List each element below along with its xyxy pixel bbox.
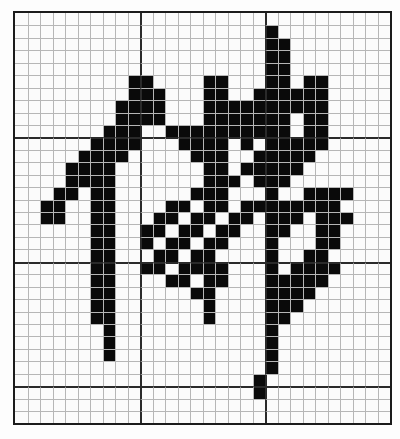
- cell-r3c11: [153, 50, 166, 62]
- cell-r30c24: [315, 386, 328, 398]
- cell-r3c18: [240, 50, 253, 62]
- cell-r1c17: [228, 25, 241, 37]
- cell-r24c1: [28, 312, 41, 324]
- cell-r12c28: [365, 162, 378, 174]
- cell-r27c5: [78, 349, 91, 361]
- cell-r26c22: [290, 336, 303, 348]
- cell-r14c22: [290, 187, 303, 199]
- cell-r17c28: [365, 224, 378, 236]
- cell-r30c8: [115, 386, 128, 398]
- cell-r27c22: [290, 349, 303, 361]
- cell-r20c16: [215, 262, 228, 274]
- cell-r31c19: [253, 399, 266, 411]
- cell-r28c10: [140, 361, 153, 373]
- cell-r16c10: [140, 212, 153, 224]
- cell-r3c26: [340, 50, 353, 62]
- cell-r18c26: [340, 237, 353, 249]
- cell-r12c2: [40, 162, 53, 174]
- cell-r11c12: [165, 150, 178, 162]
- cell-r9c21: [278, 125, 291, 137]
- cell-r18c9: [128, 237, 141, 249]
- cell-r18c20: [265, 237, 278, 249]
- cell-r19c18: [240, 249, 253, 261]
- cell-r8c4: [65, 113, 78, 125]
- cell-r12c14: [190, 162, 203, 174]
- cell-r3c27: [353, 50, 366, 62]
- cell-r28c8: [115, 361, 128, 373]
- cell-r18c13: [178, 237, 191, 249]
- cell-r12c10: [140, 162, 153, 174]
- cell-r32c14: [190, 411, 203, 423]
- cell-r22c12: [165, 287, 178, 299]
- cell-r16c0: [15, 212, 28, 224]
- cell-r30c19: [253, 386, 266, 398]
- cell-r15c12: [165, 200, 178, 212]
- cell-r31c6: [90, 399, 103, 411]
- cell-r28c7: [103, 361, 116, 373]
- cell-r6c14: [190, 88, 203, 100]
- cell-r7c26: [340, 100, 353, 112]
- cell-r4c9: [128, 63, 141, 75]
- cell-r17c21: [278, 224, 291, 236]
- cell-r20c12: [165, 262, 178, 274]
- cell-r3c15: [203, 50, 216, 62]
- cell-r7c2: [40, 100, 53, 112]
- cell-r17c26: [340, 224, 353, 236]
- cell-r1c14: [190, 25, 203, 37]
- cell-r27c25: [328, 349, 341, 361]
- cell-r4c5: [78, 63, 91, 75]
- cell-r19c15: [203, 249, 216, 261]
- cell-r29c9: [128, 374, 141, 386]
- cell-r12c26: [340, 162, 353, 174]
- cell-r4c20: [265, 63, 278, 75]
- cell-r4c28: [365, 63, 378, 75]
- cell-r1c3: [53, 25, 66, 37]
- cell-r18c0: [15, 237, 28, 249]
- cell-r27c11: [153, 349, 166, 361]
- cell-r20c20: [265, 262, 278, 274]
- cell-r24c23: [303, 312, 316, 324]
- cell-r7c19: [253, 100, 266, 112]
- cell-r20c8: [115, 262, 128, 274]
- cell-r22c7: [103, 287, 116, 299]
- cell-r30c12: [165, 386, 178, 398]
- cell-r6c5: [78, 88, 91, 100]
- cell-r30c20: [265, 386, 278, 398]
- cell-r3c8: [115, 50, 128, 62]
- cell-r4c14: [190, 63, 203, 75]
- cell-r16c13: [178, 212, 191, 224]
- cell-r14c3: [53, 187, 66, 199]
- cell-r10c27: [353, 137, 366, 149]
- cell-r22c13: [178, 287, 191, 299]
- cell-r19c24: [315, 249, 328, 261]
- cell-r3c7: [103, 50, 116, 62]
- cell-r7c3: [53, 100, 66, 112]
- cell-r4c19: [253, 63, 266, 75]
- cell-r23c22: [290, 299, 303, 311]
- cell-r5c2: [40, 75, 53, 87]
- cell-r22c28: [365, 287, 378, 299]
- cell-r0c24: [315, 13, 328, 25]
- cell-r8c11: [153, 113, 166, 125]
- cell-r2c27: [353, 38, 366, 50]
- cell-r25c8: [115, 324, 128, 336]
- cell-r26c20: [265, 336, 278, 348]
- cell-r30c16: [215, 386, 228, 398]
- cell-r6c8: [115, 88, 128, 100]
- cell-r11c28: [365, 150, 378, 162]
- cell-r20c9: [128, 262, 141, 274]
- cell-r24c15: [203, 312, 216, 324]
- cell-r9c29: [378, 125, 391, 137]
- cell-r10c25: [328, 137, 341, 149]
- cell-r2c7: [103, 38, 116, 50]
- cell-r30c23: [303, 386, 316, 398]
- cell-r0c6: [90, 13, 103, 25]
- cell-r29c7: [103, 374, 116, 386]
- cell-r21c12: [165, 274, 178, 286]
- cell-r23c5: [78, 299, 91, 311]
- cell-r18c17: [228, 237, 241, 249]
- cell-r21c22: [290, 274, 303, 286]
- cell-r5c6: [90, 75, 103, 87]
- cell-r2c18: [240, 38, 253, 50]
- cell-r20c23: [303, 262, 316, 274]
- cell-r22c5: [78, 287, 91, 299]
- cell-r6c4: [65, 88, 78, 100]
- cell-r30c10: [140, 386, 153, 398]
- cell-r7c23: [303, 100, 316, 112]
- cell-r30c29: [378, 386, 391, 398]
- cell-r5c7: [103, 75, 116, 87]
- cell-r21c23: [303, 274, 316, 286]
- cell-r15c26: [340, 200, 353, 212]
- cell-r26c26: [340, 336, 353, 348]
- cell-r21c27: [353, 274, 366, 286]
- cell-r16c16: [215, 212, 228, 224]
- cell-r18c1: [28, 237, 41, 249]
- pattern-page: [0, 0, 400, 439]
- cell-r11c2: [40, 150, 53, 162]
- cell-r4c26: [340, 63, 353, 75]
- cell-r5c3: [53, 75, 66, 87]
- cell-r18c28: [365, 237, 378, 249]
- cell-r32c10: [140, 411, 153, 423]
- cell-r11c29: [378, 150, 391, 162]
- cell-r19c4: [65, 249, 78, 261]
- cell-r21c2: [40, 274, 53, 286]
- cell-r14c11: [153, 187, 166, 199]
- cell-r0c18: [240, 13, 253, 25]
- cell-r5c12: [165, 75, 178, 87]
- cell-r10c16: [215, 137, 228, 149]
- cell-r8c19: [253, 113, 266, 125]
- cell-r32c27: [353, 411, 366, 423]
- cell-r12c18: [240, 162, 253, 174]
- cell-r29c5: [78, 374, 91, 386]
- cell-r17c11: [153, 224, 166, 236]
- cell-r20c13: [178, 262, 191, 274]
- cell-r24c14: [190, 312, 203, 324]
- cell-r28c20: [265, 361, 278, 373]
- cell-r28c29: [378, 361, 391, 373]
- cell-r32c3: [53, 411, 66, 423]
- cell-r11c14: [190, 150, 203, 162]
- cell-r19c9: [128, 249, 141, 261]
- cell-r26c4: [65, 336, 78, 348]
- cell-r17c29: [378, 224, 391, 236]
- cell-r24c2: [40, 312, 53, 324]
- cell-r0c2: [40, 13, 53, 25]
- cell-r17c12: [165, 224, 178, 236]
- cell-r4c21: [278, 63, 291, 75]
- cell-r29c10: [140, 374, 153, 386]
- cell-r2c0: [15, 38, 28, 50]
- cell-r22c15: [203, 287, 216, 299]
- cell-r27c27: [353, 349, 366, 361]
- cell-r22c25: [328, 287, 341, 299]
- cell-r25c28: [365, 324, 378, 336]
- cell-r24c7: [103, 312, 116, 324]
- cell-r15c6: [90, 200, 103, 212]
- cell-r0c29: [378, 13, 391, 25]
- cell-r9c17: [228, 125, 241, 137]
- cell-r18c14: [190, 237, 203, 249]
- cell-r3c29: [378, 50, 391, 62]
- cell-r11c23: [303, 150, 316, 162]
- cell-r25c24: [315, 324, 328, 336]
- cell-r7c21: [278, 100, 291, 112]
- cell-r11c5: [78, 150, 91, 162]
- cell-r28c11: [153, 361, 166, 373]
- cell-r8c23: [303, 113, 316, 125]
- cell-r27c14: [190, 349, 203, 361]
- cell-r10c4: [65, 137, 78, 149]
- cell-r9c6: [90, 125, 103, 137]
- cell-r1c27: [353, 25, 366, 37]
- cell-r17c16: [215, 224, 228, 236]
- cell-r17c7: [103, 224, 116, 236]
- cell-r2c19: [253, 38, 266, 50]
- cell-r16c7: [103, 212, 116, 224]
- cell-r16c21: [278, 212, 291, 224]
- cell-r16c22: [290, 212, 303, 224]
- cell-r19c28: [365, 249, 378, 261]
- cell-r0c12: [165, 13, 178, 25]
- cell-r4c6: [90, 63, 103, 75]
- cell-r13c9: [128, 175, 141, 187]
- cell-r17c14: [190, 224, 203, 236]
- cell-r2c20: [265, 38, 278, 50]
- cell-r16c20: [265, 212, 278, 224]
- cell-r11c4: [65, 150, 78, 162]
- cell-r1c29: [378, 25, 391, 37]
- cell-r32c26: [340, 411, 353, 423]
- cell-r15c4: [65, 200, 78, 212]
- cell-r16c11: [153, 212, 166, 224]
- cell-r5c28: [365, 75, 378, 87]
- cell-r26c28: [365, 336, 378, 348]
- cell-r8c5: [78, 113, 91, 125]
- cell-r28c13: [178, 361, 191, 373]
- cell-r21c7: [103, 274, 116, 286]
- cell-r30c14: [190, 386, 203, 398]
- cell-r7c15: [203, 100, 216, 112]
- cell-r6c15: [203, 88, 216, 100]
- cell-r31c1: [28, 399, 41, 411]
- cell-r26c11: [153, 336, 166, 348]
- cell-r26c6: [90, 336, 103, 348]
- cell-r32c23: [303, 411, 316, 423]
- cell-r17c24: [315, 224, 328, 236]
- cell-r29c8: [115, 374, 128, 386]
- cell-r21c14: [190, 274, 203, 286]
- cell-r25c1: [28, 324, 41, 336]
- cell-r21c4: [65, 274, 78, 286]
- cell-r4c3: [53, 63, 66, 75]
- cell-r12c8: [115, 162, 128, 174]
- cell-r30c26: [340, 386, 353, 398]
- cell-r22c18: [240, 287, 253, 299]
- cell-r7c8: [115, 100, 128, 112]
- cell-r9c12: [165, 125, 178, 137]
- cell-r11c8: [115, 150, 128, 162]
- cell-r17c8: [115, 224, 128, 236]
- cell-r31c15: [203, 399, 216, 411]
- cell-r12c29: [378, 162, 391, 174]
- cell-r20c27: [353, 262, 366, 274]
- cell-r16c26: [340, 212, 353, 224]
- cell-r23c26: [340, 299, 353, 311]
- cell-r11c22: [290, 150, 303, 162]
- cell-r2c21: [278, 38, 291, 50]
- cell-r19c10: [140, 249, 153, 261]
- cell-r31c12: [165, 399, 178, 411]
- cell-r32c29: [378, 411, 391, 423]
- cell-r27c16: [215, 349, 228, 361]
- cell-r1c11: [153, 25, 166, 37]
- cell-r23c27: [353, 299, 366, 311]
- cell-r5c8: [115, 75, 128, 87]
- cell-r20c10: [140, 262, 153, 274]
- cell-r11c6: [90, 150, 103, 162]
- cell-r16c9: [128, 212, 141, 224]
- cell-r19c26: [340, 249, 353, 261]
- cell-r5c23: [303, 75, 316, 87]
- cell-r0c10: [140, 13, 153, 25]
- cell-r6c11: [153, 88, 166, 100]
- cell-r2c12: [165, 38, 178, 50]
- cell-r5c5: [78, 75, 91, 87]
- cell-r11c7: [103, 150, 116, 162]
- cell-r31c27: [353, 399, 366, 411]
- cell-r15c25: [328, 200, 341, 212]
- cell-r7c1: [28, 100, 41, 112]
- cell-r12c0: [15, 162, 28, 174]
- cell-r7c13: [178, 100, 191, 112]
- cell-r9c16: [215, 125, 228, 137]
- cell-r9c24: [315, 125, 328, 137]
- cell-r26c23: [303, 336, 316, 348]
- cell-r2c2: [40, 38, 53, 50]
- cell-r9c8: [115, 125, 128, 137]
- cell-r29c6: [90, 374, 103, 386]
- cell-r29c21: [278, 374, 291, 386]
- cell-r1c26: [340, 25, 353, 37]
- cell-r14c24: [315, 187, 328, 199]
- cell-r19c12: [165, 249, 178, 261]
- cell-r29c14: [190, 374, 203, 386]
- cell-r1c5: [78, 25, 91, 37]
- cell-r29c15: [203, 374, 216, 386]
- cell-r26c24: [315, 336, 328, 348]
- cell-r8c18: [240, 113, 253, 125]
- cell-r13c18: [240, 175, 253, 187]
- cell-r31c8: [115, 399, 128, 411]
- cell-r29c1: [28, 374, 41, 386]
- cell-r21c25: [328, 274, 341, 286]
- cell-r3c28: [365, 50, 378, 62]
- cell-r8c24: [315, 113, 328, 125]
- cell-r4c0: [15, 63, 28, 75]
- cell-r2c6: [90, 38, 103, 50]
- cell-r13c25: [328, 175, 341, 187]
- cell-r7c29: [378, 100, 391, 112]
- cell-r17c10: [140, 224, 153, 236]
- cell-r27c24: [315, 349, 328, 361]
- cell-r23c9: [128, 299, 141, 311]
- cell-r8c20: [265, 113, 278, 125]
- cell-r15c9: [128, 200, 141, 212]
- cell-r20c19: [253, 262, 266, 274]
- cell-r8c2: [40, 113, 53, 125]
- cell-r24c25: [328, 312, 341, 324]
- cell-r21c21: [278, 274, 291, 286]
- cell-r19c11: [153, 249, 166, 261]
- cell-r21c29: [378, 274, 391, 286]
- cell-r14c4: [65, 187, 78, 199]
- cell-r25c15: [203, 324, 216, 336]
- cell-r8c1: [28, 113, 41, 125]
- cell-r16c3: [53, 212, 66, 224]
- cell-r28c21: [278, 361, 291, 373]
- cell-r11c17: [228, 150, 241, 162]
- cell-r21c24: [315, 274, 328, 286]
- cell-r23c0: [15, 299, 28, 311]
- cell-r13c27: [353, 175, 366, 187]
- cell-r18c29: [378, 237, 391, 249]
- cell-r24c16: [215, 312, 228, 324]
- cell-r0c16: [215, 13, 228, 25]
- cell-r15c20: [265, 200, 278, 212]
- cell-r18c4: [65, 237, 78, 249]
- cell-r30c3: [53, 386, 66, 398]
- cell-r14c16: [215, 187, 228, 199]
- cell-r6c10: [140, 88, 153, 100]
- cell-r11c15: [203, 150, 216, 162]
- cell-r29c11: [153, 374, 166, 386]
- cell-r6c6: [90, 88, 103, 100]
- cell-r4c12: [165, 63, 178, 75]
- cell-r32c15: [203, 411, 216, 423]
- cell-r2c22: [290, 38, 303, 50]
- cell-r12c20: [265, 162, 278, 174]
- cell-r4c17: [228, 63, 241, 75]
- cell-r18c7: [103, 237, 116, 249]
- cell-r10c6: [90, 137, 103, 149]
